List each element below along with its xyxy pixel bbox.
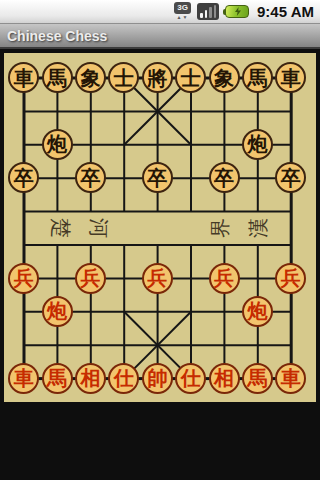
piece-black-卒[interactable]: 卒: [275, 162, 306, 193]
piece-red-馬[interactable]: 馬: [42, 363, 73, 394]
piece-red-仕[interactable]: 仕: [175, 363, 206, 394]
piece-black-士[interactable]: 士: [175, 62, 206, 93]
piece-black-車[interactable]: 車: [8, 62, 39, 93]
piece-red-兵[interactable]: 兵: [142, 263, 173, 294]
piece-red-兵[interactable]: 兵: [209, 263, 240, 294]
piece-black-炮[interactable]: 炮: [242, 129, 273, 160]
piece-red-兵[interactable]: 兵: [275, 263, 306, 294]
piece-black-馬[interactable]: 馬: [42, 62, 73, 93]
piece-red-炮[interactable]: 炮: [242, 296, 273, 327]
piece-black-馬[interactable]: 馬: [242, 62, 273, 93]
3g-badge: 3G: [174, 2, 191, 14]
piece-black-士[interactable]: 士: [108, 62, 139, 93]
piece-black-將[interactable]: 將: [142, 62, 173, 93]
signal-strength-icon: [197, 3, 219, 20]
piece-red-車[interactable]: 車: [8, 363, 39, 394]
3g-network-icon: 3G ▲▼: [172, 2, 193, 21]
data-transfer-arrows-icon: ▲▼: [172, 14, 193, 20]
app-title: Chinese Chess: [7, 28, 107, 44]
piece-red-帥[interactable]: 帥: [142, 363, 173, 394]
piece-black-車[interactable]: 車: [275, 62, 306, 93]
piece-red-車[interactable]: 車: [275, 363, 306, 394]
charging-bolt-icon: [235, 7, 241, 16]
piece-black-象[interactable]: 象: [209, 62, 240, 93]
piece-red-仕[interactable]: 仕: [108, 363, 139, 394]
piece-red-兵[interactable]: 兵: [8, 263, 39, 294]
piece-black-炮[interactable]: 炮: [42, 129, 73, 160]
bottom-panel: zhi 安智 anzhi.com: [0, 402, 320, 480]
piece-black-卒[interactable]: 卒: [209, 162, 240, 193]
status-bar: 3G ▲▼ 9:45 AM: [0, 0, 320, 24]
piece-black-卒[interactable]: 卒: [142, 162, 173, 193]
piece-red-相[interactable]: 相: [75, 363, 106, 394]
battery-icon: [225, 5, 249, 18]
xiangqi-board[interactable]: 楚 河 界 漢 車馬象士將士象馬車炮炮卒卒卒卒卒兵兵兵兵兵炮炮車馬相仕帥仕相馬車: [4, 53, 316, 402]
clock-time: 9:45 AM: [257, 3, 316, 20]
piece-grid[interactable]: 車馬象士將士象馬車炮炮卒卒卒卒卒兵兵兵兵兵炮炮車馬相仕帥仕相馬車: [7, 61, 308, 395]
app-title-bar: Chinese Chess: [0, 24, 320, 49]
piece-red-馬[interactable]: 馬: [242, 363, 273, 394]
piece-red-相[interactable]: 相: [209, 363, 240, 394]
piece-red-炮[interactable]: 炮: [42, 296, 73, 327]
piece-black-象[interactable]: 象: [75, 62, 106, 93]
piece-red-兵[interactable]: 兵: [75, 263, 106, 294]
piece-black-卒[interactable]: 卒: [75, 162, 106, 193]
piece-black-卒[interactable]: 卒: [8, 162, 39, 193]
